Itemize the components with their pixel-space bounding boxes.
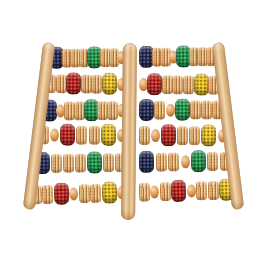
panel-right-rod-6 <box>140 178 234 204</box>
roller-wood-ribbed <box>51 153 62 172</box>
bead-wood <box>165 103 174 116</box>
roller-navy <box>139 151 154 173</box>
roller-wood-ribbed <box>168 152 179 171</box>
bead-wood <box>150 185 159 198</box>
roller-wood-ribbed <box>90 183 101 202</box>
roller-wood-ribbed <box>207 180 218 199</box>
panel-left-rod-3 <box>43 98 125 123</box>
roller-red <box>66 72 81 94</box>
roller-wood-ribbed <box>103 153 114 172</box>
roller-wood-ribbed <box>189 126 200 145</box>
roller-red <box>60 124 75 146</box>
panel-right-rod-5 <box>140 149 230 174</box>
roller-wood-ribbed <box>154 100 165 119</box>
roller-wood-ribbed <box>139 182 150 201</box>
roller-wood-ribbed <box>73 101 84 120</box>
bead-wood <box>50 128 59 141</box>
roller-wood-ribbed <box>42 184 53 203</box>
roller-green <box>83 99 98 121</box>
roller-wood-ribbed <box>196 181 207 200</box>
roller-wood-ribbed <box>201 100 212 119</box>
roller-wood-ribbed <box>139 126 150 145</box>
roller-wood-ribbed <box>207 151 218 170</box>
roller-yellow <box>101 124 116 146</box>
roller-green <box>87 151 102 173</box>
roller-wood-ribbed <box>177 126 188 145</box>
bead-wood <box>151 129 160 142</box>
roller-wood-ribbed <box>77 125 88 144</box>
bead-wood <box>69 187 78 200</box>
roller-red <box>171 180 187 202</box>
roller-wood-ribbed <box>155 152 166 171</box>
roller-wood-ribbed <box>75 153 86 172</box>
panel-left-rod-5 <box>35 150 125 175</box>
roller-wood-ribbed <box>63 101 74 120</box>
roller-wood-ribbed <box>183 75 194 94</box>
bead-wood <box>187 184 196 197</box>
panel-left-rod-1 <box>50 45 125 70</box>
roller-red <box>161 124 176 146</box>
roller-yellow <box>194 74 209 96</box>
roller-yellow <box>101 181 117 203</box>
roller-wood-ribbed <box>78 184 89 203</box>
panel-left-rod-4 <box>39 123 125 147</box>
panel-right-rod-4 <box>140 123 226 147</box>
roller-red <box>147 73 162 95</box>
roller-green <box>174 99 189 121</box>
panel-left-rod-2 <box>46 71 125 96</box>
panel-right-rod-3 <box>140 97 222 122</box>
roller-green <box>190 150 205 172</box>
panel-right-rod-1 <box>140 44 215 69</box>
panel-left-rod-6 <box>32 180 126 206</box>
roller-wood-ribbed <box>190 100 201 119</box>
panel-right-rod-2 <box>140 72 219 97</box>
roller-wood-ribbed <box>63 153 74 172</box>
roller-yellow <box>102 73 117 95</box>
roller-navy <box>139 99 154 121</box>
frame-rail-center <box>121 43 137 220</box>
product-photo-foot-roller <box>0 0 260 260</box>
bead-wood <box>180 155 189 168</box>
roller-board <box>25 40 240 222</box>
roller-wood-ribbed <box>89 125 100 144</box>
roller-wood-ribbed <box>160 182 171 201</box>
roller-yellow <box>202 124 217 146</box>
roller-red <box>54 183 70 205</box>
